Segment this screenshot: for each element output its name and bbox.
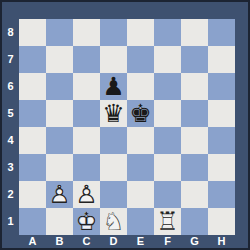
square-h2[interactable] <box>208 181 235 208</box>
rank-label-5: 5 <box>2 100 19 127</box>
rank-label-1: 1 <box>2 208 19 235</box>
square-e5[interactable]: ♚ <box>127 100 154 127</box>
file-label-E: E <box>127 235 154 248</box>
square-c8[interactable] <box>73 19 100 46</box>
square-h7[interactable] <box>208 46 235 73</box>
rank-label-2: 2 <box>2 181 19 208</box>
square-a7[interactable] <box>19 46 46 73</box>
black-pawn-d6[interactable]: ♟ <box>100 73 127 100</box>
square-h5[interactable] <box>208 100 235 127</box>
chess-board[interactable]: ♟♛♚♟♙♟♙♚♔♞♘♜♖ <box>19 19 235 235</box>
square-b6[interactable] <box>46 73 73 100</box>
square-g5[interactable] <box>181 100 208 127</box>
square-b7[interactable] <box>46 46 73 73</box>
square-g4[interactable] <box>181 127 208 154</box>
square-f8[interactable] <box>154 19 181 46</box>
square-d1[interactable]: ♞♘ <box>100 208 127 235</box>
square-g7[interactable] <box>181 46 208 73</box>
square-g8[interactable] <box>181 19 208 46</box>
square-e7[interactable] <box>127 46 154 73</box>
file-label-A: A <box>19 235 46 248</box>
file-label-G: G <box>181 235 208 248</box>
black-queen-d5[interactable]: ♛ <box>100 100 127 127</box>
square-a1[interactable] <box>19 208 46 235</box>
white-king-fill-glyph-icon: ♚ <box>73 208 100 235</box>
square-c3[interactable] <box>73 154 100 181</box>
square-c7[interactable] <box>73 46 100 73</box>
square-f3[interactable] <box>154 154 181 181</box>
white-knight-fill-glyph-icon: ♞ <box>100 208 127 235</box>
square-f6[interactable] <box>154 73 181 100</box>
square-a6[interactable] <box>19 73 46 100</box>
square-f5[interactable] <box>154 100 181 127</box>
black-king-glyph-icon: ♚ <box>127 100 154 127</box>
file-label-H: H <box>208 235 235 248</box>
rank-label-6: 6 <box>2 73 19 100</box>
square-c6[interactable] <box>73 73 100 100</box>
file-label-D: D <box>100 235 127 248</box>
white-pawn-fill-glyph-icon: ♟ <box>73 181 100 208</box>
file-label-C: C <box>73 235 100 248</box>
white-rook-fill-glyph-icon: ♜ <box>154 208 181 235</box>
square-d4[interactable] <box>100 127 127 154</box>
square-a4[interactable] <box>19 127 46 154</box>
square-h6[interactable] <box>208 73 235 100</box>
square-g2[interactable] <box>181 181 208 208</box>
square-g6[interactable] <box>181 73 208 100</box>
rank-label-7: 7 <box>2 46 19 73</box>
square-h1[interactable] <box>208 208 235 235</box>
square-f7[interactable] <box>154 46 181 73</box>
square-g1[interactable] <box>181 208 208 235</box>
square-a2[interactable] <box>19 181 46 208</box>
square-d6[interactable]: ♟ <box>100 73 127 100</box>
square-h4[interactable] <box>208 127 235 154</box>
square-b5[interactable] <box>46 100 73 127</box>
rank-label-3: 3 <box>2 154 19 181</box>
white-pawn-c2[interactable]: ♟♙ <box>73 181 100 208</box>
black-king-e5[interactable]: ♚ <box>127 100 154 127</box>
square-d3[interactable] <box>100 154 127 181</box>
white-knight-d1[interactable]: ♞♘ <box>100 208 127 235</box>
square-b1[interactable] <box>46 208 73 235</box>
square-g3[interactable] <box>181 154 208 181</box>
square-e3[interactable] <box>127 154 154 181</box>
square-b2[interactable]: ♟♙ <box>46 181 73 208</box>
square-d2[interactable] <box>100 181 127 208</box>
file-labels: ABCDEFGH <box>19 235 235 248</box>
square-d7[interactable] <box>100 46 127 73</box>
white-pawn-fill-glyph-icon: ♟ <box>46 181 73 208</box>
white-rook-f1[interactable]: ♜♖ <box>154 208 181 235</box>
white-king-c1[interactable]: ♚♔ <box>73 208 100 235</box>
square-e8[interactable] <box>127 19 154 46</box>
square-b8[interactable] <box>46 19 73 46</box>
square-h8[interactable] <box>208 19 235 46</box>
square-b4[interactable] <box>46 127 73 154</box>
white-rook-outline-glyph-icon: ♖ <box>154 208 181 235</box>
square-h3[interactable] <box>208 154 235 181</box>
rank-label-8: 8 <box>2 19 19 46</box>
white-pawn-b2[interactable]: ♟♙ <box>46 181 73 208</box>
square-c1[interactable]: ♚♔ <box>73 208 100 235</box>
white-pawn-outline-glyph-icon: ♙ <box>46 181 73 208</box>
square-c4[interactable] <box>73 127 100 154</box>
white-king-outline-glyph-icon: ♔ <box>73 208 100 235</box>
white-knight-outline-glyph-icon: ♘ <box>100 208 127 235</box>
white-pawn-outline-glyph-icon: ♙ <box>73 181 100 208</box>
square-f1[interactable]: ♜♖ <box>154 208 181 235</box>
square-e4[interactable] <box>127 127 154 154</box>
square-b3[interactable] <box>46 154 73 181</box>
square-a3[interactable] <box>19 154 46 181</box>
square-c2[interactable]: ♟♙ <box>73 181 100 208</box>
square-d8[interactable] <box>100 19 127 46</box>
rank-labels: 87654321 <box>2 19 19 235</box>
black-queen-glyph-icon: ♛ <box>100 100 127 127</box>
file-label-F: F <box>154 235 181 248</box>
square-e6[interactable] <box>127 73 154 100</box>
square-c5[interactable] <box>73 100 100 127</box>
rank-label-4: 4 <box>2 127 19 154</box>
square-f2[interactable] <box>154 181 181 208</box>
square-a8[interactable] <box>19 19 46 46</box>
square-f4[interactable] <box>154 127 181 154</box>
square-d5[interactable]: ♛ <box>100 100 127 127</box>
file-label-B: B <box>46 235 73 248</box>
square-a5[interactable] <box>19 100 46 127</box>
square-e1[interactable] <box>127 208 154 235</box>
board-border: 87654321 ♟♛♚♟♙♟♙♚♔♞♘♜♖ ABCDEFGH <box>0 0 250 250</box>
black-pawn-glyph-icon: ♟ <box>100 73 127 100</box>
square-e2[interactable] <box>127 181 154 208</box>
